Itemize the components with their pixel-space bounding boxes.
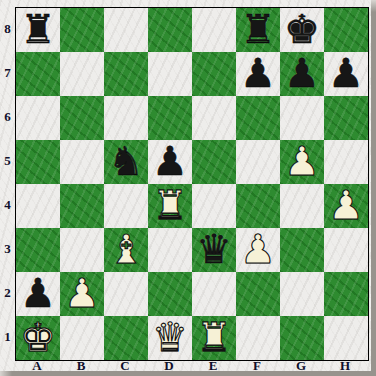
- square-c1[interactable]: [104, 316, 148, 360]
- square-e3[interactable]: ♛: [192, 228, 236, 272]
- square-d5[interactable]: ♟: [148, 140, 192, 184]
- square-h1[interactable]: [324, 316, 368, 360]
- white-pawn-g5: ♟: [284, 141, 320, 181]
- rank-label-3: 3: [0, 227, 15, 271]
- square-b5[interactable]: [60, 140, 104, 184]
- square-a3[interactable]: [16, 228, 60, 272]
- square-b6[interactable]: [60, 96, 104, 140]
- square-h4[interactable]: ♟: [324, 184, 368, 228]
- square-c6[interactable]: [104, 96, 148, 140]
- black-pawn-a2: ♟: [20, 273, 56, 313]
- square-a8[interactable]: ♜: [16, 8, 60, 52]
- frame-bevel-right: [371, 0, 376, 376]
- rank-label-5: 5: [0, 139, 15, 183]
- black-rook-a8: ♜: [20, 9, 56, 49]
- rank-label-1: 1: [0, 315, 15, 359]
- square-c4[interactable]: [104, 184, 148, 228]
- square-a4[interactable]: [16, 184, 60, 228]
- square-d8[interactable]: [148, 8, 192, 52]
- rank-label-2: 2: [0, 271, 15, 315]
- square-e6[interactable]: [192, 96, 236, 140]
- black-pawn-f7: ♟: [240, 53, 276, 93]
- square-d1[interactable]: ♛: [148, 316, 192, 360]
- black-pawn-g7: ♟: [284, 53, 320, 93]
- white-king-a1: ♚: [20, 317, 56, 357]
- square-f6[interactable]: [236, 96, 280, 140]
- square-b3[interactable]: [60, 228, 104, 272]
- square-b1[interactable]: [60, 316, 104, 360]
- black-pawn-d5: ♟: [152, 141, 188, 181]
- square-f4[interactable]: [236, 184, 280, 228]
- chess-diagram: 87654321 ABCDEFGH ♜♜♚♟♟♟♞♟♟♜♟♝♛♟♟♟♚♛♜: [0, 0, 376, 376]
- black-pawn-h7: ♟: [328, 53, 364, 93]
- rank-label-7: 7: [0, 51, 15, 95]
- black-rook-f8: ♜: [240, 9, 276, 49]
- square-a7[interactable]: [16, 52, 60, 96]
- rank-label-8: 8: [0, 7, 15, 51]
- square-g7[interactable]: ♟: [280, 52, 324, 96]
- square-h7[interactable]: ♟: [324, 52, 368, 96]
- square-c2[interactable]: [104, 272, 148, 316]
- white-queen-d1: ♛: [152, 317, 188, 357]
- chess-board: ♜♜♚♟♟♟♞♟♟♜♟♝♛♟♟♟♚♛♜: [15, 7, 369, 361]
- square-d3[interactable]: [148, 228, 192, 272]
- square-c7[interactable]: [104, 52, 148, 96]
- square-c5[interactable]: ♞: [104, 140, 148, 184]
- rank-label-4: 4: [0, 183, 15, 227]
- square-b4[interactable]: [60, 184, 104, 228]
- square-h6[interactable]: [324, 96, 368, 140]
- square-c3[interactable]: ♝: [104, 228, 148, 272]
- square-e4[interactable]: [192, 184, 236, 228]
- square-a6[interactable]: [16, 96, 60, 140]
- square-e8[interactable]: [192, 8, 236, 52]
- black-knight-c5: ♞: [108, 141, 144, 181]
- black-king-g8: ♚: [284, 9, 320, 49]
- square-g5[interactable]: ♟: [280, 140, 324, 184]
- square-f5[interactable]: [236, 140, 280, 184]
- square-b2[interactable]: ♟: [60, 272, 104, 316]
- square-g3[interactable]: [280, 228, 324, 272]
- square-b8[interactable]: [60, 8, 104, 52]
- square-e2[interactable]: [192, 272, 236, 316]
- square-g8[interactable]: ♚: [280, 8, 324, 52]
- square-g6[interactable]: [280, 96, 324, 140]
- rank-label-6: 6: [0, 95, 15, 139]
- square-f2[interactable]: [236, 272, 280, 316]
- white-pawn-h4: ♟: [328, 185, 364, 225]
- square-f8[interactable]: ♜: [236, 8, 280, 52]
- square-e1[interactable]: ♜: [192, 316, 236, 360]
- square-a5[interactable]: [16, 140, 60, 184]
- white-rook-d4: ♜: [152, 185, 188, 225]
- square-d2[interactable]: [148, 272, 192, 316]
- square-e5[interactable]: [192, 140, 236, 184]
- square-h8[interactable]: [324, 8, 368, 52]
- square-f1[interactable]: [236, 316, 280, 360]
- square-b7[interactable]: [60, 52, 104, 96]
- square-h2[interactable]: [324, 272, 368, 316]
- square-d7[interactable]: [148, 52, 192, 96]
- square-e7[interactable]: [192, 52, 236, 96]
- frame-bevel-bottom: [0, 371, 376, 376]
- square-d6[interactable]: [148, 96, 192, 140]
- white-bishop-c3: ♝: [108, 229, 144, 269]
- black-queen-e3: ♛: [196, 229, 232, 269]
- rank-labels: 87654321: [0, 7, 15, 359]
- square-f7[interactable]: ♟: [236, 52, 280, 96]
- square-d4[interactable]: ♜: [148, 184, 192, 228]
- square-h5[interactable]: [324, 140, 368, 184]
- square-a1[interactable]: ♚: [16, 316, 60, 360]
- white-pawn-b2: ♟: [64, 273, 100, 313]
- white-rook-e1: ♜: [196, 317, 232, 357]
- square-a2[interactable]: ♟: [16, 272, 60, 316]
- square-g2[interactable]: [280, 272, 324, 316]
- white-pawn-f3: ♟: [240, 229, 276, 269]
- square-c8[interactable]: [104, 8, 148, 52]
- square-g4[interactable]: [280, 184, 324, 228]
- square-h3[interactable]: [324, 228, 368, 272]
- square-g1[interactable]: [280, 316, 324, 360]
- square-f3[interactable]: ♟: [236, 228, 280, 272]
